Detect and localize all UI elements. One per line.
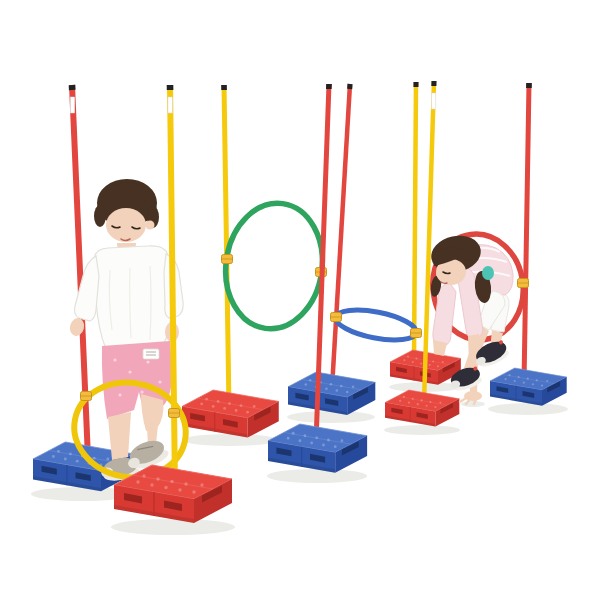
girl-teal-hair-tie [482, 266, 494, 280]
hoop-clip [518, 279, 529, 288]
floor-shadow [182, 434, 278, 446]
hoop-clip [81, 392, 92, 401]
boy-shirt [94, 246, 171, 349]
boy-ear [146, 221, 155, 230]
product-photo [0, 0, 600, 600]
floor-shadow [287, 411, 375, 423]
hoop-clip [411, 329, 422, 338]
floor-shadow [384, 425, 460, 435]
pole-label-sticker [168, 97, 172, 113]
hoop-clip [331, 313, 342, 322]
pole-label-sticker [431, 93, 435, 109]
pole-label-sticker [70, 97, 74, 113]
floor-shadow [267, 469, 367, 483]
floor-shadow [111, 519, 235, 535]
floor-shadow [488, 403, 568, 415]
boy-face [106, 208, 146, 242]
hoop-clip [169, 409, 180, 418]
boy-shorts-label [143, 349, 159, 359]
pole-yellow-p6 [414, 82, 416, 360]
obstacle-course-scene [0, 0, 600, 600]
boy-left-leg [108, 412, 131, 460]
boy-hair-side-left [94, 205, 106, 227]
hoop-clip [222, 255, 233, 264]
